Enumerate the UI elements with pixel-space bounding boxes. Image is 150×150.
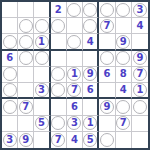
- sudoku-cell-r9c1[interactable]: 3: [2, 132, 18, 148]
- sudoku-cell-r6c9[interactable]: 1: [132, 83, 148, 99]
- odd-circle-marker: 9: [83, 67, 97, 81]
- sudoku-cell-r5c2[interactable]: [18, 67, 34, 83]
- sudoku-cell-r5c9[interactable]: 7: [132, 67, 148, 83]
- sudoku-cell-r2c7[interactable]: 7: [99, 18, 115, 34]
- digit-holder: [116, 19, 130, 33]
- odd-circle-marker: [67, 3, 81, 17]
- sudoku-cell-r3c5[interactable]: [67, 34, 83, 50]
- digit-holder: [100, 116, 114, 130]
- odd-circle-marker: 1: [67, 67, 81, 81]
- sudoku-board: 2374149691968737641769531739745: [0, 0, 150, 150]
- digit-holder: 4: [133, 19, 147, 33]
- odd-circle-marker: [133, 100, 147, 114]
- odd-circle-marker: 3: [35, 83, 49, 97]
- sudoku-cell-r7c9[interactable]: [132, 99, 148, 115]
- sudoku-cell-r5c6[interactable]: 9: [83, 67, 99, 83]
- digit-holder: [51, 35, 65, 49]
- odd-circle-marker: [100, 3, 114, 17]
- sudoku-cell-r5c5[interactable]: 1: [67, 67, 83, 83]
- sudoku-cell-r1c3[interactable]: [34, 2, 50, 18]
- sudoku-cell-r7c1[interactable]: [2, 99, 18, 115]
- sudoku-cell-r1c5[interactable]: [67, 2, 83, 18]
- digit-holder: [133, 35, 147, 49]
- odd-circle-marker: [116, 3, 130, 17]
- odd-circle-marker: [100, 133, 114, 147]
- digit-holder: 6: [83, 83, 97, 97]
- sudoku-cell-r2c5[interactable]: [67, 18, 83, 34]
- sudoku-cell-r1c2[interactable]: [18, 2, 34, 18]
- digit-holder: [133, 133, 147, 147]
- odd-circle-marker: [51, 19, 65, 33]
- odd-circle-marker: 1: [83, 116, 97, 130]
- sudoku-cell-r3c3[interactable]: 1: [34, 34, 50, 50]
- sudoku-cell-r1c7[interactable]: [99, 2, 115, 18]
- sudoku-cell-r7c3[interactable]: [34, 99, 50, 115]
- sudoku-cell-r1c9[interactable]: 3: [132, 2, 148, 18]
- digit-holder: [67, 19, 81, 33]
- odd-circle-marker: [3, 100, 17, 114]
- sudoku-cell-r8c6[interactable]: 1: [83, 116, 99, 132]
- sudoku-cell-r9c6[interactable]: 5: [83, 132, 99, 148]
- digit-holder: [19, 67, 33, 81]
- odd-circle-marker: [51, 83, 65, 97]
- sudoku-cell-r8c4[interactable]: [51, 116, 67, 132]
- digit-holder: [133, 116, 147, 130]
- odd-circle-marker: [100, 51, 114, 65]
- digit-holder: 8: [116, 67, 130, 81]
- sudoku-cell-r7c8[interactable]: [116, 99, 132, 115]
- digit-holder: [116, 133, 130, 147]
- digit-holder: 2: [51, 3, 65, 17]
- sudoku-cell-r5c3[interactable]: [34, 67, 50, 83]
- sudoku-cell-r9c5[interactable]: 4: [67, 132, 83, 148]
- sudoku-cell-r3c4[interactable]: [51, 34, 67, 50]
- sudoku-cell-r7c2[interactable]: 7: [18, 99, 34, 115]
- sudoku-cell-r5c4[interactable]: [51, 67, 67, 83]
- odd-circle-marker: [116, 100, 130, 114]
- sudoku-cell-r6c3[interactable]: 3: [34, 83, 50, 99]
- odd-circle-marker: 3: [3, 133, 17, 147]
- sudoku-cell-r4c7[interactable]: [99, 51, 115, 67]
- sudoku-cell-r4c1[interactable]: 6: [2, 51, 18, 67]
- sudoku-cell-r8c2[interactable]: [18, 116, 34, 132]
- sudoku-cell-r2c8[interactable]: [116, 18, 132, 34]
- sudoku-cell-r1c1[interactable]: [2, 2, 18, 18]
- digit-holder: 4: [83, 35, 97, 49]
- odd-circle-marker: [83, 19, 97, 33]
- sudoku-cell-r9c4[interactable]: 7: [51, 132, 67, 148]
- sudoku-cell-r9c3[interactable]: [34, 132, 50, 148]
- sudoku-cell-r4c2[interactable]: [18, 51, 34, 67]
- odd-circle-marker: [19, 19, 33, 33]
- odd-circle-marker: [116, 51, 130, 65]
- sudoku-cell-r6c5[interactable]: 7: [67, 83, 83, 99]
- sudoku-cell-r3c6[interactable]: 4: [83, 34, 99, 50]
- sudoku-cell-r4c4[interactable]: [51, 51, 67, 67]
- odd-circle-marker: 7: [67, 83, 81, 97]
- odd-circle-marker: 5: [35, 116, 49, 130]
- sudoku-cell-r2c9[interactable]: 4: [132, 18, 148, 34]
- sudoku-cell-r3c2[interactable]: [18, 34, 34, 50]
- sudoku-cell-r6c1[interactable]: [2, 83, 18, 99]
- odd-circle-marker: 7: [51, 133, 65, 147]
- sudoku-cell-r5c7[interactable]: 6: [99, 67, 115, 83]
- sudoku-cell-r9c2[interactable]: 9: [18, 132, 34, 148]
- sudoku-cell-r8c1[interactable]: [2, 116, 18, 132]
- sudoku-cell-r6c4[interactable]: [51, 83, 67, 99]
- odd-circle-marker: 3: [67, 116, 81, 130]
- sudoku-cell-r9c7[interactable]: [99, 132, 115, 148]
- digit-holder: [3, 3, 17, 17]
- odd-circle-marker: 9: [133, 51, 147, 65]
- sudoku-cell-r2c3[interactable]: [34, 18, 50, 34]
- odd-circle-marker: 7: [100, 19, 114, 33]
- sudoku-cell-r6c2[interactable]: [18, 83, 34, 99]
- sudoku-cell-r9c9[interactable]: [132, 132, 148, 148]
- digit-holder: 6: [67, 100, 81, 114]
- sudoku-cell-r8c8[interactable]: 7: [116, 116, 132, 132]
- odd-circle-marker: 9: [116, 35, 130, 49]
- sudoku-cell-r7c5[interactable]: 6: [67, 99, 83, 115]
- odd-circle-marker: 7: [116, 116, 130, 130]
- odd-circle-marker: [3, 35, 17, 49]
- sudoku-cell-r4c8[interactable]: [116, 51, 132, 67]
- digit-holder: [83, 100, 97, 114]
- odd-circle-marker: [19, 35, 33, 49]
- sudoku-cell-r8c9[interactable]: [132, 116, 148, 132]
- odd-circle-marker: 1: [133, 83, 147, 97]
- sudoku-cell-r4c9[interactable]: 9: [132, 51, 148, 67]
- sudoku-cell-r2c1[interactable]: [2, 18, 18, 34]
- sudoku-cell-r7c7[interactable]: 9: [99, 99, 115, 115]
- sudoku-cell-r1c4[interactable]: 2: [51, 2, 67, 18]
- digit-holder: 6: [100, 67, 114, 81]
- sudoku-cell-r7c4[interactable]: [51, 99, 67, 115]
- digit-holder: [67, 51, 81, 65]
- sudoku-cell-r6c6[interactable]: 6: [83, 83, 99, 99]
- digit-holder: 4: [67, 133, 81, 147]
- sudoku-cell-r3c8[interactable]: 9: [116, 34, 132, 50]
- odd-circle-marker: [67, 35, 81, 49]
- odd-circle-marker: [3, 83, 17, 97]
- odd-circle-marker: [35, 19, 49, 33]
- sudoku-cell-r4c5[interactable]: [67, 51, 83, 67]
- odd-circle-marker: 9: [19, 133, 33, 147]
- odd-circle-marker: 1: [35, 35, 49, 49]
- sudoku-cell-r3c9[interactable]: [132, 34, 148, 50]
- sudoku-cell-r9c8[interactable]: [116, 132, 132, 148]
- odd-circle-marker: 9: [100, 100, 114, 114]
- digit-holder: [35, 3, 49, 17]
- digit-holder: [19, 3, 33, 17]
- digit-holder: [3, 116, 17, 130]
- digit-holder: [100, 83, 114, 97]
- digit-holder: [51, 51, 65, 65]
- odd-circle-marker: [51, 116, 65, 130]
- odd-circle-marker: 7: [133, 67, 147, 81]
- odd-circle-marker: 3: [133, 3, 147, 17]
- sudoku-cell-r3c1[interactable]: [2, 34, 18, 50]
- sudoku-cell-r2c4[interactable]: [51, 18, 67, 34]
- sudoku-cell-r6c7[interactable]: [99, 83, 115, 99]
- odd-circle-marker: [35, 51, 49, 65]
- digit-holder: 4: [116, 83, 130, 97]
- digit-holder: [3, 19, 17, 33]
- sudoku-cell-r8c3[interactable]: 5: [34, 116, 50, 132]
- sudoku-cell-r3c7[interactable]: [99, 34, 115, 50]
- odd-circle-marker: 7: [19, 100, 33, 114]
- digit-holder: [19, 116, 33, 130]
- odd-circle-marker: [3, 67, 17, 81]
- digit-holder: [83, 51, 97, 65]
- odd-circle-marker: [51, 67, 65, 81]
- sudoku-cell-r4c3[interactable]: [34, 51, 50, 67]
- sudoku-cell-r5c8[interactable]: 8: [116, 67, 132, 83]
- sudoku-cell-r1c6[interactable]: [83, 2, 99, 18]
- digit-holder: [35, 100, 49, 114]
- digit-holder: [35, 67, 49, 81]
- odd-circle-marker: [83, 3, 97, 17]
- sudoku-cell-r1c8[interactable]: [116, 2, 132, 18]
- sudoku-cell-r8c7[interactable]: [99, 116, 115, 132]
- sudoku-cell-r2c2[interactable]: [18, 18, 34, 34]
- sudoku-cell-r2c6[interactable]: [83, 18, 99, 34]
- digit-holder: [19, 83, 33, 97]
- digit-holder: [100, 35, 114, 49]
- sudoku-cell-r5c1[interactable]: [2, 67, 18, 83]
- sudoku-cell-r7c6[interactable]: [83, 99, 99, 115]
- odd-circle-marker: 5: [83, 133, 97, 147]
- digit-holder: 6: [3, 51, 17, 65]
- sudoku-cell-r8c5[interactable]: 3: [67, 116, 83, 132]
- sudoku-cell-r4c6[interactable]: [83, 51, 99, 67]
- digit-holder: [51, 100, 65, 114]
- digit-holder: [35, 133, 49, 147]
- odd-circle-marker: [19, 51, 33, 65]
- sudoku-cell-r6c8[interactable]: 4: [116, 83, 132, 99]
